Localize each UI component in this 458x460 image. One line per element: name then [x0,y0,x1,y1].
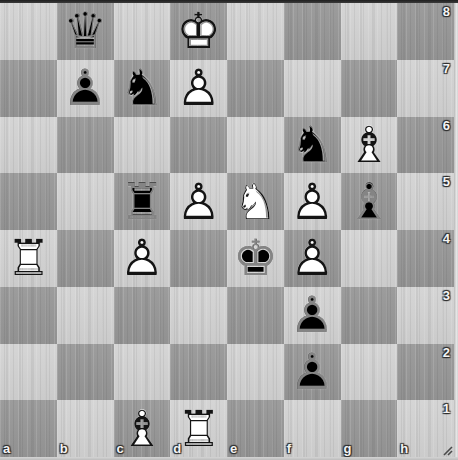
square-d3[interactable] [170,287,227,344]
file-label-h: h [400,442,408,455]
square-f1[interactable]: f [284,400,341,457]
piece-glyph-fill: ♟ [114,230,171,287]
square-e2[interactable] [227,344,284,401]
piece-white-pawn-f4[interactable]: ♟♙ [284,230,341,287]
piece-white-pawn-d5[interactable]: ♟♙ [170,173,227,230]
square-g7[interactable] [341,60,398,117]
square-a7[interactable] [0,60,57,117]
piece-glyph-fill: ♟ [57,60,114,117]
file-label-f: f [287,442,291,455]
file-label-b: b [60,442,68,455]
piece-black-knight-c7[interactable]: ♞♘ [114,60,171,117]
piece-glyph-fill: ♟ [170,60,227,117]
square-g1[interactable]: g [341,400,398,457]
square-a4[interactable]: ♜♖ [0,230,57,287]
square-h2[interactable]: 2 [397,344,454,401]
square-a3[interactable] [0,287,57,344]
square-b8[interactable]: ♛♕ [57,3,114,60]
square-d2[interactable] [170,344,227,401]
square-c6[interactable] [114,117,171,174]
piece-glyph-fill: ♟ [284,230,341,287]
rank-label-3: 3 [443,289,450,302]
square-g5[interactable]: ♝♗ [341,173,398,230]
piece-glyph-outline: ♘ [227,173,284,230]
piece-glyph-outline: ♗ [341,117,398,174]
rank-label-5: 5 [443,175,450,188]
square-a1[interactable]: a [0,400,57,457]
piece-black-bishop-g5[interactable]: ♝♗ [341,173,398,230]
square-c2[interactable] [114,344,171,401]
piece-white-rook-a4[interactable]: ♜♖ [0,230,57,287]
piece-glyph-outline: ♙ [57,60,114,117]
square-e7[interactable] [227,60,284,117]
piece-white-king-d8[interactable]: ♚♔ [170,3,227,60]
piece-glyph-outline: ♙ [170,173,227,230]
piece-glyph-outline: ♔ [170,3,227,60]
square-h5[interactable]: 5 [397,173,454,230]
square-g2[interactable] [341,344,398,401]
square-h8[interactable]: 8 [397,3,454,60]
piece-glyph-outline: ♖ [170,400,227,457]
piece-glyph-fill: ♝ [341,117,398,174]
piece-glyph-outline: ♙ [284,287,341,344]
rank-label-4: 4 [443,232,450,245]
piece-glyph-outline: ♙ [284,173,341,230]
piece-black-king-e4[interactable]: ♚♔ [227,230,284,287]
square-c4[interactable]: ♟♙ [114,230,171,287]
piece-glyph-fill: ♞ [227,173,284,230]
piece-white-bishop-c1[interactable]: ♝♗ [114,400,171,457]
piece-glyph-outline: ♘ [284,117,341,174]
square-a5[interactable] [0,173,57,230]
piece-glyph-fill: ♜ [114,173,171,230]
square-e4[interactable]: ♚♔ [227,230,284,287]
square-b5[interactable] [57,173,114,230]
piece-glyph-outline: ♘ [114,60,171,117]
piece-black-queen-b8[interactable]: ♛♕ [57,3,114,60]
piece-glyph-fill: ♟ [284,344,341,401]
piece-glyph-fill: ♝ [114,400,171,457]
square-c5[interactable]: ♜♖ [114,173,171,230]
piece-glyph-fill: ♟ [284,287,341,344]
piece-glyph-fill: ♚ [170,3,227,60]
piece-glyph-outline: ♔ [227,230,284,287]
square-g4[interactable] [341,230,398,287]
piece-glyph-fill: ♝ [341,173,398,230]
square-f5[interactable]: ♟♙ [284,173,341,230]
piece-glyph-fill: ♟ [170,173,227,230]
piece-white-pawn-d7[interactable]: ♟♙ [170,60,227,117]
square-e6[interactable] [227,117,284,174]
square-f7[interactable] [284,60,341,117]
piece-white-pawn-c4[interactable]: ♟♙ [114,230,171,287]
chess-board: ♛♕♚♔8♟♙♞♘♟♙7♞♘♝♗6♜♖♟♙♞♘♟♙♝♗5♜♖♟♙♚♔♟♙4♟♙3… [0,3,454,457]
square-f8[interactable] [284,3,341,60]
board-right-edge [454,3,458,457]
rank-label-6: 6 [443,119,450,132]
square-f2[interactable]: ♟♙ [284,344,341,401]
piece-glyph-fill: ♞ [114,60,171,117]
square-d5[interactable]: ♟♙ [170,173,227,230]
square-b3[interactable] [57,287,114,344]
square-d8[interactable]: ♚♔ [170,3,227,60]
square-h6[interactable]: 6 [397,117,454,174]
square-a6[interactable] [0,117,57,174]
piece-glyph-outline: ♖ [114,173,171,230]
piece-glyph-outline: ♙ [284,344,341,401]
piece-glyph-outline: ♗ [114,400,171,457]
square-h4[interactable]: 4 [397,230,454,287]
piece-white-knight-e5[interactable]: ♞♘ [227,173,284,230]
square-a8[interactable] [0,3,57,60]
rank-label-2: 2 [443,346,450,359]
square-f6[interactable]: ♞♘ [284,117,341,174]
file-label-g: g [344,442,352,455]
piece-white-bishop-g6[interactable]: ♝♗ [341,117,398,174]
square-d7[interactable]: ♟♙ [170,60,227,117]
piece-glyph-fill: ♛ [57,3,114,60]
square-d4[interactable] [170,230,227,287]
piece-glyph-outline: ♙ [284,230,341,287]
piece-glyph-fill: ♚ [227,230,284,287]
piece-white-pawn-f5[interactable]: ♟♙ [284,173,341,230]
piece-white-rook-d1[interactable]: ♜♖ [170,400,227,457]
piece-black-rook-c5[interactable]: ♜♖ [114,173,171,230]
file-label-e: e [230,442,237,455]
square-d6[interactable] [170,117,227,174]
square-h7[interactable]: 7 [397,60,454,117]
square-h3[interactable]: 3 [397,287,454,344]
chess-app-window: ♛♕♚♔8♟♙♞♘♟♙7♞♘♝♗6♜♖♟♙♞♘♟♙♝♗5♜♖♟♙♚♔♟♙4♟♙3… [0,0,458,460]
square-c8[interactable] [114,3,171,60]
piece-glyph-fill: ♟ [284,173,341,230]
piece-black-pawn-b7[interactable]: ♟♙ [57,60,114,117]
piece-glyph-outline: ♖ [0,230,57,287]
square-h1[interactable]: 1h [397,400,454,457]
square-g3[interactable] [341,287,398,344]
square-e1[interactable]: e [227,400,284,457]
piece-glyph-fill: ♜ [170,400,227,457]
square-b7[interactable]: ♟♙ [57,60,114,117]
square-c1[interactable]: ♝♗c [114,400,171,457]
rank-label-7: 7 [443,62,450,75]
piece-glyph-outline: ♙ [170,60,227,117]
square-a2[interactable] [0,344,57,401]
piece-black-knight-f6[interactable]: ♞♘ [284,117,341,174]
square-e5[interactable]: ♞♘ [227,173,284,230]
resize-handle-icon[interactable] [441,444,453,456]
piece-glyph-fill: ♞ [284,117,341,174]
square-b2[interactable] [57,344,114,401]
file-label-a: a [3,442,10,455]
piece-black-pawn-f2[interactable]: ♟♙ [284,344,341,401]
square-b6[interactable] [57,117,114,174]
piece-black-pawn-f3[interactable]: ♟♙ [284,287,341,344]
rank-label-8: 8 [443,5,450,18]
square-e8[interactable] [227,3,284,60]
square-g8[interactable] [341,3,398,60]
piece-glyph-outline: ♙ [114,230,171,287]
piece-glyph-outline: ♗ [341,173,398,230]
square-d1[interactable]: ♜♖d [170,400,227,457]
square-g6[interactable]: ♝♗ [341,117,398,174]
square-b4[interactable] [57,230,114,287]
square-f4[interactable]: ♟♙ [284,230,341,287]
square-e3[interactable] [227,287,284,344]
piece-glyph-fill: ♜ [0,230,57,287]
square-b1[interactable]: b [57,400,114,457]
square-c3[interactable] [114,287,171,344]
rank-label-1: 1 [443,402,450,415]
piece-glyph-outline: ♕ [57,3,114,60]
square-f3[interactable]: ♟♙ [284,287,341,344]
square-c7[interactable]: ♞♘ [114,60,171,117]
